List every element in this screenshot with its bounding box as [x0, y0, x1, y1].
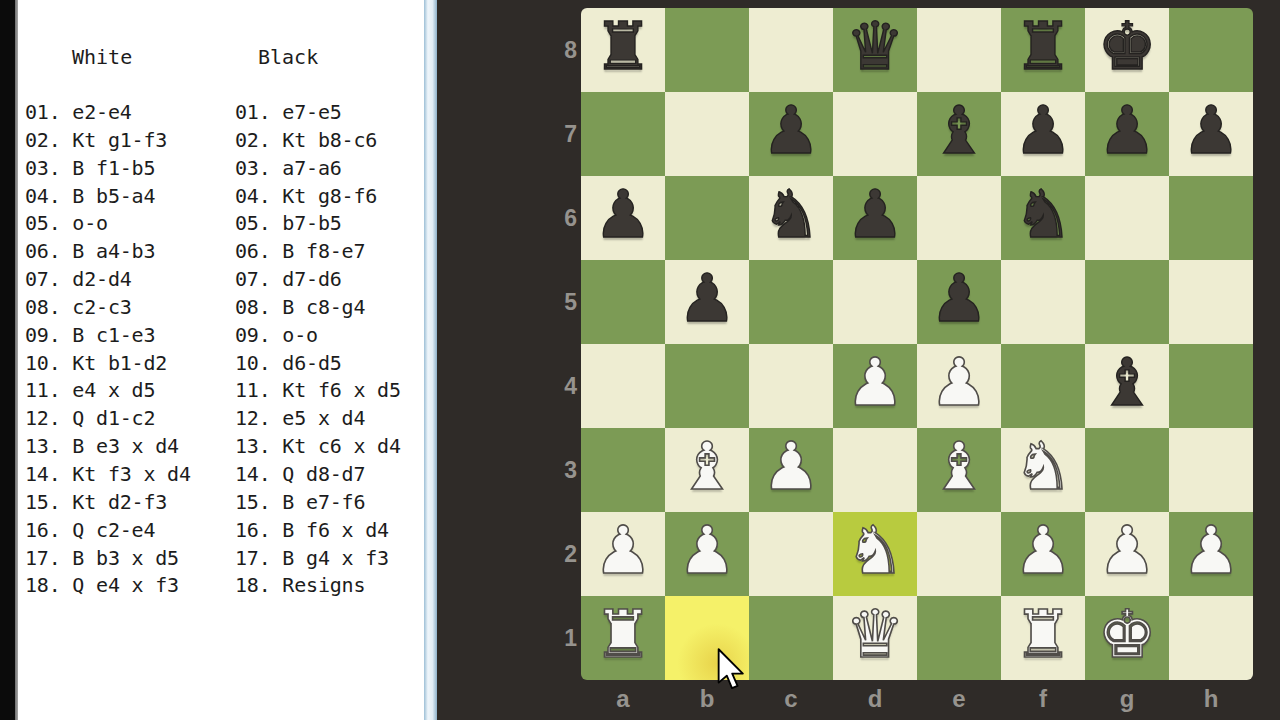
square-a2[interactable]: ♟	[581, 512, 665, 596]
black-move: 01. e7-e5	[235, 99, 342, 127]
square-e8[interactable]	[917, 8, 1001, 92]
square-d8[interactable]: ♛	[833, 8, 917, 92]
hover-glow	[665, 596, 749, 680]
square-e5[interactable]: ♟	[917, 260, 1001, 344]
black-queen-d8[interactable]: ♛	[845, 14, 904, 80]
square-d2[interactable]: ♞	[833, 512, 917, 596]
square-f7[interactable]: ♟	[1001, 92, 1085, 176]
square-b4[interactable]	[665, 344, 749, 428]
square-h6[interactable]	[1169, 176, 1253, 260]
square-f8[interactable]: ♜	[1001, 8, 1085, 92]
square-h3[interactable]	[1169, 428, 1253, 512]
square-e6[interactable]	[917, 176, 1001, 260]
move-sheet-panel[interactable]: White Black 01. e2-e401. e7-e502. Kt g1-…	[18, 0, 424, 720]
square-b1[interactable]	[665, 596, 749, 680]
move-row-13: 13. B e3 x d413. Kt c6 x d4	[18, 433, 424, 461]
white-move: 11. e4 x d5	[25, 377, 155, 405]
white-king-g1[interactable]: ♚	[1097, 602, 1156, 668]
white-pawn-d4[interactable]: ♟	[845, 350, 904, 416]
black-knight-c6[interactable]: ♞	[761, 182, 820, 248]
file-label-g: g	[1085, 678, 1169, 720]
rank-label-3: 3	[538, 428, 577, 512]
white-knight-f3[interactable]: ♞	[1013, 434, 1072, 500]
square-f6[interactable]: ♞	[1001, 176, 1085, 260]
black-column-header: Black	[258, 43, 318, 71]
white-move: 15. Kt d2-f3	[25, 489, 167, 517]
white-bishop-e3[interactable]: ♝	[929, 434, 988, 500]
move-row-9: 09. B c1-e309. o-o	[18, 322, 424, 350]
square-g8[interactable]: ♚	[1085, 8, 1169, 92]
square-g5[interactable]	[1085, 260, 1169, 344]
white-move: 05. o-o	[25, 210, 108, 238]
square-d1[interactable]: ♛	[833, 596, 917, 680]
square-h8[interactable]	[1169, 8, 1253, 92]
scrollbar[interactable]	[424, 0, 437, 720]
white-move: 18. Q e4 x f3	[25, 572, 179, 600]
move-row-6: 06. B a4-b306. B f8-e7	[18, 238, 424, 266]
white-move: 16. Q c2-e4	[25, 517, 155, 545]
file-label-b: b	[665, 678, 749, 720]
white-move: 07. d2-d4	[25, 266, 132, 294]
black-move: 05. b7-b5	[235, 210, 342, 238]
black-rook-a8[interactable]: ♜	[593, 14, 652, 80]
move-row-14: 14. Kt f3 x d414. Q d8-d7	[18, 461, 424, 489]
square-g1[interactable]: ♚	[1085, 596, 1169, 680]
black-pawn-d6[interactable]: ♟	[845, 182, 904, 248]
square-a6[interactable]: ♟	[581, 176, 665, 260]
square-g3[interactable]	[1085, 428, 1169, 512]
rank-label-5: 5	[538, 260, 577, 344]
square-a1[interactable]: ♜	[581, 596, 665, 680]
move-row-3: 03. B f1-b503. a7-a6	[18, 155, 424, 183]
white-move: 17. B b3 x d5	[25, 545, 179, 573]
rank-label-6: 6	[538, 176, 577, 260]
black-move: 07. d7-d6	[235, 266, 342, 294]
square-f1[interactable]: ♜	[1001, 596, 1085, 680]
square-h2[interactable]: ♟	[1169, 512, 1253, 596]
white-move: 09. B c1-e3	[25, 322, 155, 350]
square-g7[interactable]: ♟	[1085, 92, 1169, 176]
black-move: 04. Kt g8-f6	[235, 183, 377, 211]
square-c1[interactable]	[749, 596, 833, 680]
square-a4[interactable]	[581, 344, 665, 428]
black-pawn-e5[interactable]: ♟	[929, 266, 988, 332]
square-b8[interactable]	[665, 8, 749, 92]
white-move: 13. B e3 x d4	[25, 433, 179, 461]
square-d7[interactable]	[833, 92, 917, 176]
square-g6[interactable]	[1085, 176, 1169, 260]
square-b3[interactable]: ♝	[665, 428, 749, 512]
square-e3[interactable]: ♝	[917, 428, 1001, 512]
square-h4[interactable]	[1169, 344, 1253, 428]
black-move: 18. Resigns	[235, 572, 365, 600]
move-row-18: 18. Q e4 x f318. Resigns	[18, 572, 424, 600]
square-c2[interactable]	[749, 512, 833, 596]
file-label-h: h	[1169, 678, 1253, 720]
white-rook-a1[interactable]: ♜	[593, 602, 652, 668]
white-move: 12. Q d1-c2	[25, 405, 155, 433]
file-label-d: d	[833, 678, 917, 720]
move-row-4: 04. B b5-a404. Kt g8-f6	[18, 183, 424, 211]
black-move: 13. Kt c6 x d4	[235, 433, 401, 461]
white-pawn-a2[interactable]: ♟	[593, 518, 652, 584]
move-row-16: 16. Q c2-e416. B f6 x d4	[18, 517, 424, 545]
move-row-7: 07. d2-d407. d7-d6	[18, 266, 424, 294]
black-move: 06. B f8-e7	[235, 238, 365, 266]
white-pawn-g2[interactable]: ♟	[1097, 518, 1156, 584]
square-b5[interactable]: ♟	[665, 260, 749, 344]
black-pawn-h7[interactable]: ♟	[1181, 98, 1240, 164]
square-f2[interactable]: ♟	[1001, 512, 1085, 596]
black-pawn-g7[interactable]: ♟	[1097, 98, 1156, 164]
move-row-15: 15. Kt d2-f315. B e7-f6	[18, 489, 424, 517]
white-pawn-h2[interactable]: ♟	[1181, 518, 1240, 584]
file-label-c: c	[749, 678, 833, 720]
black-knight-f6[interactable]: ♞	[1013, 182, 1072, 248]
black-bishop-e7[interactable]: ♝	[929, 98, 988, 164]
file-label-e: e	[917, 678, 1001, 720]
square-c4[interactable]	[749, 344, 833, 428]
white-move: 02. Kt g1-f3	[25, 127, 167, 155]
black-rook-f8[interactable]: ♜	[1013, 14, 1072, 80]
black-move: 14. Q d8-d7	[235, 461, 365, 489]
move-list: 01. e2-e401. e7-e502. Kt g1-f302. Kt b8-…	[18, 99, 424, 600]
square-e1[interactable]	[917, 596, 1001, 680]
rank-label-8: 8	[538, 8, 577, 92]
black-move: 17. B g4 x f3	[235, 545, 389, 573]
white-move: 04. B b5-a4	[25, 183, 155, 211]
square-a3[interactable]	[581, 428, 665, 512]
black-pawn-a6[interactable]: ♟	[593, 182, 652, 248]
move-row-11: 11. e4 x d511. Kt f6 x d5	[18, 377, 424, 405]
square-c3[interactable]: ♟	[749, 428, 833, 512]
move-row-5: 05. o-o05. b7-b5	[18, 210, 424, 238]
square-e4[interactable]: ♟	[917, 344, 1001, 428]
square-b7[interactable]	[665, 92, 749, 176]
black-pawn-b5[interactable]: ♟	[677, 266, 736, 332]
square-c5[interactable]	[749, 260, 833, 344]
square-h7[interactable]: ♟	[1169, 92, 1253, 176]
square-c7[interactable]: ♟	[749, 92, 833, 176]
square-h5[interactable]	[1169, 260, 1253, 344]
square-g2[interactable]: ♟	[1085, 512, 1169, 596]
square-e2[interactable]	[917, 512, 1001, 596]
black-move: 12. e5 x d4	[235, 405, 365, 433]
square-b6[interactable]	[665, 176, 749, 260]
move-row-2: 02. Kt g1-f302. Kt b8-c6	[18, 127, 424, 155]
black-bishop-g4[interactable]: ♝	[1097, 350, 1156, 416]
window-left-edge	[0, 0, 15, 720]
black-move: 09. o-o	[235, 322, 318, 350]
square-d5[interactable]	[833, 260, 917, 344]
white-pawn-b2[interactable]: ♟	[677, 518, 736, 584]
black-move: 02. Kt b8-c6	[235, 127, 377, 155]
white-move: 06. B a4-b3	[25, 238, 155, 266]
move-row-8: 08. c2-c308. B c8-g4	[18, 294, 424, 322]
square-d4[interactable]: ♟	[833, 344, 917, 428]
black-move: 08. B c8-g4	[235, 294, 365, 322]
square-f4[interactable]	[1001, 344, 1085, 428]
square-g4[interactable]: ♝	[1085, 344, 1169, 428]
move-row-12: 12. Q d1-c212. e5 x d4	[18, 405, 424, 433]
square-d3[interactable]	[833, 428, 917, 512]
white-rook-f1[interactable]: ♜	[1013, 602, 1072, 668]
rank-label-1: 1	[538, 596, 577, 680]
white-move: 03. B f1-b5	[25, 155, 155, 183]
square-c8[interactable]	[749, 8, 833, 92]
square-e7[interactable]: ♝	[917, 92, 1001, 176]
square-h1[interactable]	[1169, 596, 1253, 680]
white-knight-d2[interactable]: ♞	[845, 518, 904, 584]
black-move: 11. Kt f6 x d5	[235, 377, 401, 405]
square-a7[interactable]	[581, 92, 665, 176]
file-label-f: f	[1001, 678, 1085, 720]
move-row-10: 10. Kt b1-d210. d6-d5	[18, 350, 424, 378]
file-label-a: a	[581, 678, 665, 720]
square-f3[interactable]: ♞	[1001, 428, 1085, 512]
rank-label-2: 2	[538, 512, 577, 596]
black-pawn-f7[interactable]: ♟	[1013, 98, 1072, 164]
white-pawn-f2[interactable]: ♟	[1013, 518, 1072, 584]
black-pawn-c7[interactable]: ♟	[761, 98, 820, 164]
black-move: 16. B f6 x d4	[235, 517, 389, 545]
black-move: 03. a7-a6	[235, 155, 342, 183]
white-move: 10. Kt b1-d2	[25, 350, 167, 378]
black-move: 10. d6-d5	[235, 350, 342, 378]
white-column-header: White	[72, 43, 132, 71]
black-king-g8[interactable]: ♚	[1097, 14, 1156, 80]
white-move: 01. e2-e4	[25, 99, 132, 127]
square-d6[interactable]: ♟	[833, 176, 917, 260]
white-queen-d1[interactable]: ♛	[845, 602, 904, 668]
white-pawn-e4[interactable]: ♟	[929, 350, 988, 416]
white-move: 14. Kt f3 x d4	[25, 461, 191, 489]
white-move: 08. c2-c3	[25, 294, 132, 322]
rank-label-4: 4	[538, 344, 577, 428]
white-bishop-b3[interactable]: ♝	[677, 434, 736, 500]
black-move: 15. B e7-f6	[235, 489, 365, 517]
rank-label-7: 7	[538, 92, 577, 176]
white-pawn-c3[interactable]: ♟	[761, 434, 820, 500]
square-b2[interactable]: ♟	[665, 512, 749, 596]
square-c6[interactable]: ♞	[749, 176, 833, 260]
square-a5[interactable]	[581, 260, 665, 344]
move-row-1: 01. e2-e401. e7-e5	[18, 99, 424, 127]
move-row-17: 17. B b3 x d517. B g4 x f3	[18, 545, 424, 573]
square-a8[interactable]: ♜	[581, 8, 665, 92]
square-f5[interactable]	[1001, 260, 1085, 344]
chess-board[interactable]: ♜♛♜♚♟♝♟♟♟♟♞♟♞♟♟♟♟♝♝♟♝♞♟♟♞♟♟♟♜♛♜♚	[581, 8, 1253, 680]
